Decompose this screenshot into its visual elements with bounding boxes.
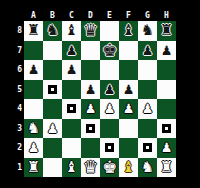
rank-label-7: 7 (13, 41, 22, 61)
move-marker-inner (163, 125, 170, 132)
square-h3[interactable] (157, 119, 176, 139)
square-c3[interactable] (62, 119, 81, 139)
square-g2[interactable] (138, 138, 157, 158)
square-g7[interactable]: ♟ (138, 41, 157, 61)
square-a1[interactable]: ♜ (24, 158, 43, 178)
square-h8[interactable]: ♜ (157, 21, 176, 41)
move-marker-inner (49, 86, 56, 93)
square-d8[interactable]: ♛ (81, 21, 100, 41)
white-king-e1[interactable]: ♚ (102, 158, 117, 178)
black-rook-h8[interactable]: ♜ (160, 21, 173, 41)
square-c5[interactable] (62, 80, 81, 100)
black-pawn-a6[interactable]: ♟ (28, 60, 40, 80)
square-b5[interactable] (43, 80, 62, 100)
square-g8[interactable]: ♞ (138, 21, 157, 41)
square-b2[interactable] (43, 138, 62, 158)
black-bishop-c8[interactable]: ♝ (65, 21, 78, 41)
square-d7[interactable] (81, 41, 100, 61)
white-knight-g1[interactable]: ♞ (141, 158, 154, 178)
square-e2[interactable] (100, 138, 119, 158)
rank-label-5: 5 (13, 80, 22, 100)
rank-label-2: 2 (13, 138, 22, 158)
black-pawn-h7[interactable]: ♟ (161, 41, 173, 61)
square-e3[interactable] (100, 119, 119, 139)
black-pawn-c7[interactable]: ♟ (66, 41, 78, 61)
white-rook-h1[interactable]: ♜ (160, 158, 173, 178)
rank-label-6: 6 (13, 60, 22, 80)
square-f2[interactable] (119, 138, 138, 158)
square-g5[interactable] (138, 80, 157, 100)
square-e4[interactable]: ♟ (100, 99, 119, 119)
move-marker-inner (87, 125, 94, 132)
black-pawn-g7[interactable]: ♟ (142, 41, 154, 61)
black-king-e7[interactable]: ♚ (102, 41, 117, 61)
file-label-f: F (119, 11, 138, 20)
white-pawn-b3[interactable]: ♟ (47, 119, 59, 139)
chess-board: ♜♞♝♛♝♞♜♟♚♟♟♟♟♟♟♟♟♟♟♟♞♟♟♟♜♝♛♚♝♞♜ (24, 21, 176, 177)
square-g6[interactable] (138, 60, 157, 80)
black-pawn-c6[interactable]: ♟ (66, 60, 78, 80)
square-e5[interactable]: ♟ (100, 80, 119, 100)
move-marker-g2[interactable] (143, 143, 152, 152)
white-pawn-h2[interactable]: ♟ (161, 138, 173, 158)
selected-white-bishop-f1[interactable]: ♝ (122, 158, 135, 178)
move-marker-inner (144, 144, 151, 151)
square-d3[interactable] (81, 119, 100, 139)
square-c2[interactable] (62, 138, 81, 158)
black-knight-b8[interactable]: ♞ (46, 21, 59, 41)
white-bishop-c1[interactable]: ♝ (65, 158, 78, 178)
square-f6[interactable] (119, 60, 138, 80)
white-queen-d1[interactable]: ♛ (83, 158, 98, 178)
square-c6[interactable]: ♟ (62, 60, 81, 80)
file-label-h: H (157, 11, 176, 20)
square-g4[interactable]: ♟ (138, 99, 157, 119)
square-d5[interactable]: ♟ (81, 80, 100, 100)
black-bishop-f8[interactable]: ♝ (122, 21, 135, 41)
square-b3[interactable]: ♟ (43, 119, 62, 139)
square-b4[interactable] (43, 99, 62, 119)
black-knight-g8[interactable]: ♞ (141, 21, 154, 41)
square-a4[interactable] (24, 99, 43, 119)
file-label-d: D (81, 11, 100, 20)
square-f3[interactable] (119, 119, 138, 139)
rank-label-3: 3 (13, 119, 22, 139)
square-b8[interactable]: ♞ (43, 21, 62, 41)
black-pawn-e5[interactable]: ♟ (104, 80, 116, 100)
square-h2[interactable]: ♟ (157, 138, 176, 158)
square-b1[interactable] (43, 158, 62, 178)
square-a6[interactable]: ♟ (24, 60, 43, 80)
square-f1[interactable]: ♝ (119, 158, 138, 178)
file-label-b: B (43, 11, 62, 20)
square-c4[interactable] (62, 99, 81, 119)
square-h4[interactable] (157, 99, 176, 119)
black-queen-d8[interactable]: ♛ (83, 21, 98, 41)
square-d6[interactable] (81, 60, 100, 80)
square-a5[interactable] (24, 80, 43, 100)
white-pawn-d4[interactable]: ♟ (85, 99, 97, 119)
square-h1[interactable]: ♜ (157, 158, 176, 178)
square-h5[interactable] (157, 80, 176, 100)
square-a7[interactable] (24, 41, 43, 61)
square-f5[interactable]: ♟ (119, 80, 138, 100)
square-e8[interactable] (100, 21, 119, 41)
file-label-g: G (138, 11, 157, 20)
square-h7[interactable]: ♟ (157, 41, 176, 61)
square-d2[interactable] (81, 138, 100, 158)
square-a2[interactable]: ♟ (24, 138, 43, 158)
rank-label-8: 8 (13, 21, 22, 41)
rank-label-4: 4 (13, 99, 22, 119)
square-a3[interactable]: ♞ (24, 119, 43, 139)
move-marker-inner (106, 144, 113, 151)
file-labels: ABCDEFGH (24, 11, 176, 20)
square-h6[interactable] (157, 60, 176, 80)
rank-label-1: 1 (13, 158, 22, 178)
white-pawn-g4[interactable]: ♟ (142, 99, 154, 119)
move-marker-h3[interactable] (162, 124, 171, 133)
move-marker-b5[interactable] (48, 85, 57, 94)
file-label-e: E (100, 11, 119, 20)
square-e6[interactable] (100, 60, 119, 80)
file-label-a: A (24, 11, 43, 20)
black-pawn-f5[interactable]: ♟ (123, 80, 135, 100)
white-knight-a3[interactable]: ♞ (27, 119, 40, 139)
square-g1[interactable]: ♞ (138, 158, 157, 178)
move-marker-e2[interactable] (105, 143, 114, 152)
white-rook-a1[interactable]: ♜ (27, 158, 40, 178)
rank-labels: 87654321 (13, 21, 22, 177)
move-marker-inner (68, 105, 75, 112)
square-d1[interactable]: ♛ (81, 158, 100, 178)
white-pawn-f4[interactable]: ♟ (123, 99, 135, 119)
square-b7[interactable] (43, 41, 62, 61)
chess-game-screen: ABCDEFGH 87654321 ♜♞♝♛♝♞♜♟♚♟♟♟♟♟♟♟♟♟♟♟♞♟… (0, 0, 200, 188)
square-d4[interactable]: ♟ (81, 99, 100, 119)
square-a8[interactable]: ♜ (24, 21, 43, 41)
square-f8[interactable]: ♝ (119, 21, 138, 41)
file-label-c: C (62, 11, 81, 20)
square-e1[interactable]: ♚ (100, 158, 119, 178)
square-g3[interactable] (138, 119, 157, 139)
square-c7[interactable]: ♟ (62, 41, 81, 61)
square-b6[interactable] (43, 60, 62, 80)
square-c8[interactable]: ♝ (62, 21, 81, 41)
move-marker-c4[interactable] (67, 104, 76, 113)
square-e7[interactable]: ♚ (100, 41, 119, 61)
black-rook-a8[interactable]: ♜ (27, 21, 40, 41)
white-pawn-a2[interactable]: ♟ (28, 138, 40, 158)
square-f7[interactable] (119, 41, 138, 61)
square-f4[interactable]: ♟ (119, 99, 138, 119)
square-c1[interactable]: ♝ (62, 158, 81, 178)
black-pawn-d5[interactable]: ♟ (85, 80, 97, 100)
white-pawn-e4[interactable]: ♟ (104, 99, 116, 119)
move-marker-d3[interactable] (86, 124, 95, 133)
